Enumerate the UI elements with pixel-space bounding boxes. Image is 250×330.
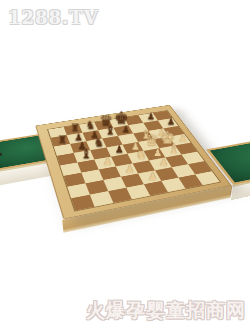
white-pawn-d3: ♟ [125, 164, 135, 175]
white-bishop-g4: ♝ [167, 142, 179, 155]
drawer-right-front [231, 169, 250, 200]
black-pawn-g8: ♟ [146, 112, 154, 121]
black-pawn-h7: ♟ [166, 117, 174, 126]
white-pawn-f3: ♟ [158, 158, 167, 168]
product-photo: 1288.TV ♜♞♛♚♟♜♟♟♝♟♟♟♞♝♟♝♟♟♛♚♟♟♞♟♝♟♟♟ ♟ 火… [0, 0, 250, 330]
square-a1 [71, 195, 94, 211]
chess-box: ♜♞♛♚♟♜♟♟♝♟♟♟♞♝♟♝♟♟♛♚♟♟♞♟♝♟♟♟ ♟ [35, 105, 231, 220]
square-a6 [54, 144, 74, 156]
black-knight-c6: ♞ [93, 136, 104, 148]
black-pawn-e7: ♟ [121, 125, 129, 134]
drawer-latch-knob [0, 152, 2, 156]
watermark-site-name: 火爆孕婴童招商网 [86, 298, 246, 324]
white-pawn-e2: ♟ [147, 171, 157, 182]
square-f2 [155, 167, 178, 181]
white-pawn-c4: ♟ [102, 157, 111, 167]
black-pawn-d5: ♟ [115, 145, 124, 155]
black-bishop-b5: ♝ [80, 147, 92, 160]
black-rook-a7: ♜ [57, 134, 67, 145]
white-knight-e4: ♞ [135, 149, 146, 161]
black-bishop-d7: ♝ [104, 124, 115, 136]
chess-set-photo: ♜♞♛♚♟♜♟♟♝♟♟♟♞♝♟♝♟♟♛♚♟♟♞♟♝♟♟♟ ♟ [0, 0, 250, 250]
